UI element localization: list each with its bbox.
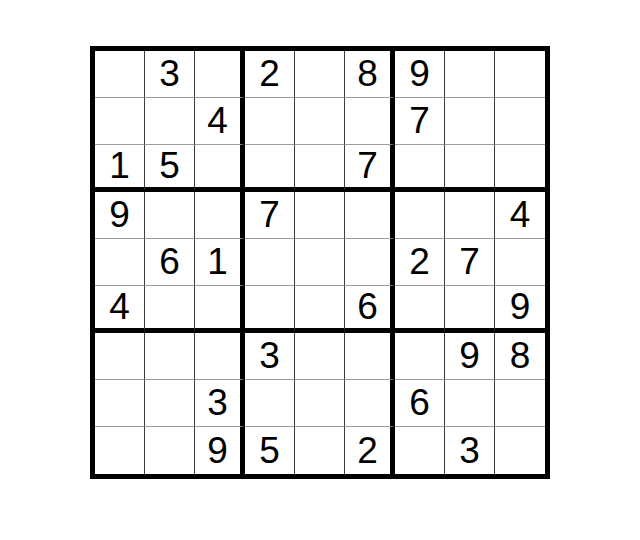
cell-r8c1[interactable]	[95, 380, 145, 427]
cell-r2c6[interactable]	[345, 98, 395, 145]
cell-r4c3[interactable]	[195, 192, 245, 239]
cell-r2c2[interactable]	[145, 98, 195, 145]
cell-r3c3[interactable]	[195, 145, 245, 192]
cell-r8c3[interactable]: 3	[195, 380, 245, 427]
cell-r4c7[interactable]	[395, 192, 445, 239]
cell-r4c8[interactable]	[445, 192, 495, 239]
cell-r3c1[interactable]: 1	[95, 145, 145, 192]
cell-r4c5[interactable]	[295, 192, 345, 239]
cell-r9c9[interactable]	[495, 427, 545, 474]
cell-r6c9[interactable]: 9	[495, 286, 545, 333]
cell-r9c7[interactable]	[395, 427, 445, 474]
sudoku-board: 3289471579746127469398369523	[90, 46, 550, 479]
cell-r8c2[interactable]	[145, 380, 195, 427]
cell-r9c3[interactable]: 9	[195, 427, 245, 474]
cell-r2c4[interactable]	[245, 98, 295, 145]
cell-r5c1[interactable]	[95, 239, 145, 286]
cell-r3c8[interactable]	[445, 145, 495, 192]
cell-r6c6[interactable]: 6	[345, 286, 395, 333]
cell-r1c1[interactable]	[95, 51, 145, 98]
cell-r2c3[interactable]: 4	[195, 98, 245, 145]
cell-r1c2[interactable]: 3	[145, 51, 195, 98]
cell-r2c8[interactable]	[445, 98, 495, 145]
cell-r6c5[interactable]	[295, 286, 345, 333]
cell-r7c7[interactable]	[395, 333, 445, 380]
cell-r5c9[interactable]	[495, 239, 545, 286]
cell-r1c5[interactable]	[295, 51, 345, 98]
cell-r4c1[interactable]: 9	[95, 192, 145, 239]
cell-r9c1[interactable]	[95, 427, 145, 474]
cell-r9c8[interactable]: 3	[445, 427, 495, 474]
cell-r9c6[interactable]: 2	[345, 427, 395, 474]
cell-r5c4[interactable]	[245, 239, 295, 286]
cell-r1c4[interactable]: 2	[245, 51, 295, 98]
cell-r9c5[interactable]	[295, 427, 345, 474]
cell-r6c3[interactable]	[195, 286, 245, 333]
cell-r4c4[interactable]: 7	[245, 192, 295, 239]
cell-r8c5[interactable]	[295, 380, 345, 427]
cell-r4c9[interactable]: 4	[495, 192, 545, 239]
cell-r3c7[interactable]	[395, 145, 445, 192]
cell-r1c8[interactable]	[445, 51, 495, 98]
cell-r7c6[interactable]	[345, 333, 395, 380]
cell-r7c2[interactable]	[145, 333, 195, 380]
cell-r1c3[interactable]	[195, 51, 245, 98]
cell-r2c1[interactable]	[95, 98, 145, 145]
cell-r9c2[interactable]	[145, 427, 195, 474]
cell-r7c4[interactable]: 3	[245, 333, 295, 380]
cell-r1c9[interactable]	[495, 51, 545, 98]
cell-r3c5[interactable]	[295, 145, 345, 192]
cell-r3c2[interactable]: 5	[145, 145, 195, 192]
cell-r8c6[interactable]	[345, 380, 395, 427]
cell-r6c1[interactable]: 4	[95, 286, 145, 333]
cell-r6c4[interactable]	[245, 286, 295, 333]
cell-r7c8[interactable]: 9	[445, 333, 495, 380]
cell-r5c6[interactable]	[345, 239, 395, 286]
cell-r2c9[interactable]	[495, 98, 545, 145]
cell-r3c9[interactable]	[495, 145, 545, 192]
cell-r4c2[interactable]	[145, 192, 195, 239]
cell-r5c3[interactable]: 1	[195, 239, 245, 286]
cell-r9c4[interactable]: 5	[245, 427, 295, 474]
cell-r1c6[interactable]: 8	[345, 51, 395, 98]
cell-r3c4[interactable]	[245, 145, 295, 192]
cell-r5c2[interactable]: 6	[145, 239, 195, 286]
cell-r5c5[interactable]	[295, 239, 345, 286]
cell-r6c7[interactable]	[395, 286, 445, 333]
cell-r3c6[interactable]: 7	[345, 145, 395, 192]
cell-r7c3[interactable]	[195, 333, 245, 380]
cell-r5c8[interactable]: 7	[445, 239, 495, 286]
cell-r7c5[interactable]	[295, 333, 345, 380]
cell-r2c7[interactable]: 7	[395, 98, 445, 145]
cell-r8c4[interactable]	[245, 380, 295, 427]
cell-r7c1[interactable]	[95, 333, 145, 380]
cell-r4c6[interactable]	[345, 192, 395, 239]
cell-r1c7[interactable]: 9	[395, 51, 445, 98]
cell-r7c9[interactable]: 8	[495, 333, 545, 380]
cell-r2c5[interactable]	[295, 98, 345, 145]
cell-r6c8[interactable]	[445, 286, 495, 333]
cell-r5c7[interactable]: 2	[395, 239, 445, 286]
cell-r8c8[interactable]	[445, 380, 495, 427]
cell-r8c7[interactable]: 6	[395, 380, 445, 427]
cell-r6c2[interactable]	[145, 286, 195, 333]
sudoku-page: 3289471579746127469398369523	[0, 0, 640, 540]
cell-r8c9[interactable]	[495, 380, 545, 427]
